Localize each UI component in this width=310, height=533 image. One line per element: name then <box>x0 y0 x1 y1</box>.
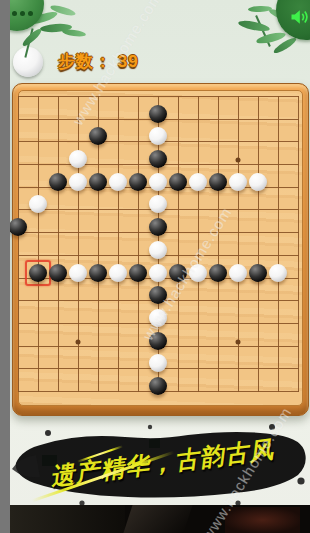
speaker-icon <box>289 7 309 27</box>
stone-white <box>149 241 167 259</box>
stone-black <box>149 286 167 304</box>
stone-black <box>129 264 147 282</box>
photo-fragment <box>123 505 192 533</box>
stone-black <box>149 332 167 350</box>
stone-white <box>249 173 267 191</box>
menu-dots-icon <box>28 11 33 16</box>
stone-white <box>109 173 127 191</box>
stone-white <box>229 173 247 191</box>
stone-white <box>149 195 167 213</box>
grid-line <box>18 96 299 97</box>
stone-black <box>29 264 47 282</box>
stone-white <box>149 127 167 145</box>
bottom-photo-strip <box>10 505 310 533</box>
board-frame <box>12 83 309 416</box>
stone-white <box>69 173 87 191</box>
stone-white <box>149 173 167 191</box>
stone-white <box>269 264 287 282</box>
menu-dots-icon <box>12 11 17 16</box>
stone-black <box>129 173 147 191</box>
stone-black <box>89 173 107 191</box>
stone-black <box>49 264 67 282</box>
star-point <box>76 339 81 344</box>
stone-black <box>10 218 27 236</box>
stone-white <box>149 264 167 282</box>
stone-black <box>89 127 107 145</box>
game-screen: www.hackhome.com www.hackhome.com www.ha… <box>10 0 310 533</box>
player-stone-icon <box>13 47 43 77</box>
stone-white <box>69 150 87 168</box>
bottom-banner: 遗产精华，古韵古风 <box>10 413 310 505</box>
stone-white <box>189 173 207 191</box>
stone-black <box>89 264 107 282</box>
move-counter: 步数： 39 <box>58 50 139 73</box>
stone-black <box>149 105 167 123</box>
photo-fragment <box>225 507 300 533</box>
stone-white <box>189 264 207 282</box>
stone-white <box>29 195 47 213</box>
stone-black <box>209 173 227 191</box>
stone-black <box>49 173 67 191</box>
star-point <box>236 339 241 344</box>
stone-black <box>149 218 167 236</box>
stone-white <box>149 309 167 327</box>
move-counter-label: 步数： <box>58 52 112 71</box>
stone-black <box>209 264 227 282</box>
board-grid[interactable] <box>18 96 299 392</box>
menu-button[interactable] <box>10 0 44 31</box>
stone-white <box>69 264 87 282</box>
stone-white <box>229 264 247 282</box>
stone-white <box>149 354 167 372</box>
menu-dots-icon <box>20 11 25 16</box>
stone-black <box>249 264 267 282</box>
stone-white <box>109 264 127 282</box>
stone-black <box>149 150 167 168</box>
stone-black <box>169 264 187 282</box>
move-counter-value: 39 <box>118 52 139 71</box>
stone-black <box>149 377 167 395</box>
stone-black <box>169 173 187 191</box>
photo-fragment <box>10 505 125 533</box>
star-point <box>236 158 241 163</box>
